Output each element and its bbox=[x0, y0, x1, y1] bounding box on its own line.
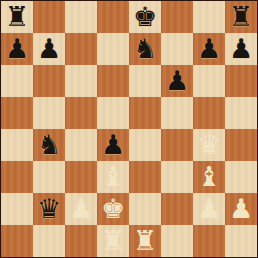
square-g5[interactable] bbox=[193, 97, 225, 129]
square-g2[interactable]: ♟ bbox=[193, 193, 225, 225]
square-d1[interactable]: ♜ bbox=[97, 225, 129, 257]
square-f3[interactable] bbox=[161, 161, 193, 193]
square-g4[interactable]: ♛ bbox=[193, 129, 225, 161]
square-e4[interactable] bbox=[129, 129, 161, 161]
piece-white-pawn[interactable]: ♟ bbox=[197, 193, 221, 225]
piece-black-king[interactable]: ♚ bbox=[133, 1, 157, 33]
square-b4[interactable]: ♞ bbox=[33, 129, 65, 161]
square-d7[interactable] bbox=[97, 33, 129, 65]
square-a5[interactable] bbox=[1, 97, 33, 129]
square-f2[interactable] bbox=[161, 193, 193, 225]
square-h4[interactable] bbox=[225, 129, 257, 161]
square-c8[interactable] bbox=[65, 1, 97, 33]
square-h1[interactable] bbox=[225, 225, 257, 257]
piece-white-bishop[interactable]: ♝ bbox=[101, 161, 125, 193]
square-h8[interactable]: ♜ bbox=[225, 1, 257, 33]
square-a2[interactable] bbox=[1, 193, 33, 225]
piece-black-pawn[interactable]: ♟ bbox=[5, 33, 29, 65]
square-a8[interactable]: ♜ bbox=[1, 1, 33, 33]
square-d6[interactable] bbox=[97, 65, 129, 97]
square-d4[interactable]: ♟ bbox=[97, 129, 129, 161]
square-b2[interactable]: ♛ bbox=[33, 193, 65, 225]
piece-white-pawn[interactable]: ♟ bbox=[229, 193, 253, 225]
square-e2[interactable] bbox=[129, 193, 161, 225]
square-g7[interactable]: ♟ bbox=[193, 33, 225, 65]
chess-board: ♜♚♜♟♟♞♟♟♟♞♟♛♝♝♛♟♚♟♟♜♜ bbox=[1, 1, 257, 257]
square-b8[interactable] bbox=[33, 1, 65, 33]
square-g6[interactable] bbox=[193, 65, 225, 97]
square-f7[interactable] bbox=[161, 33, 193, 65]
square-g8[interactable] bbox=[193, 1, 225, 33]
square-a7[interactable]: ♟ bbox=[1, 33, 33, 65]
square-d2[interactable]: ♚ bbox=[97, 193, 129, 225]
square-f6[interactable]: ♟ bbox=[161, 65, 193, 97]
square-e6[interactable] bbox=[129, 65, 161, 97]
square-d5[interactable] bbox=[97, 97, 129, 129]
square-e5[interactable] bbox=[129, 97, 161, 129]
square-e8[interactable]: ♚ bbox=[129, 1, 161, 33]
square-a1[interactable] bbox=[1, 225, 33, 257]
square-c6[interactable] bbox=[65, 65, 97, 97]
piece-black-pawn[interactable]: ♟ bbox=[197, 33, 221, 65]
square-b3[interactable] bbox=[33, 161, 65, 193]
square-b6[interactable] bbox=[33, 65, 65, 97]
square-f5[interactable] bbox=[161, 97, 193, 129]
piece-black-pawn[interactable]: ♟ bbox=[229, 33, 253, 65]
square-f8[interactable] bbox=[161, 1, 193, 33]
piece-white-rook[interactable]: ♜ bbox=[101, 225, 125, 257]
square-g1[interactable] bbox=[193, 225, 225, 257]
square-e7[interactable]: ♞ bbox=[129, 33, 161, 65]
square-f1[interactable] bbox=[161, 225, 193, 257]
square-c2[interactable]: ♟ bbox=[65, 193, 97, 225]
square-b1[interactable] bbox=[33, 225, 65, 257]
piece-white-rook[interactable]: ♜ bbox=[133, 225, 157, 257]
square-a4[interactable] bbox=[1, 129, 33, 161]
square-d3[interactable]: ♝ bbox=[97, 161, 129, 193]
square-h5[interactable] bbox=[225, 97, 257, 129]
square-h2[interactable]: ♟ bbox=[225, 193, 257, 225]
piece-black-rook[interactable]: ♜ bbox=[229, 1, 253, 33]
piece-white-queen[interactable]: ♛ bbox=[197, 129, 221, 161]
piece-black-pawn[interactable]: ♟ bbox=[165, 65, 189, 97]
square-c5[interactable] bbox=[65, 97, 97, 129]
piece-black-pawn[interactable]: ♟ bbox=[101, 129, 125, 161]
square-c1[interactable] bbox=[65, 225, 97, 257]
square-f4[interactable] bbox=[161, 129, 193, 161]
square-e3[interactable] bbox=[129, 161, 161, 193]
piece-black-knight[interactable]: ♞ bbox=[37, 129, 61, 161]
square-e1[interactable]: ♜ bbox=[129, 225, 161, 257]
piece-white-bishop[interactable]: ♝ bbox=[197, 161, 221, 193]
chess-board-frame: ♜♚♜♟♟♞♟♟♟♞♟♛♝♝♛♟♚♟♟♜♜ bbox=[0, 0, 258, 258]
square-c4[interactable] bbox=[65, 129, 97, 161]
square-h6[interactable] bbox=[225, 65, 257, 97]
square-h7[interactable]: ♟ bbox=[225, 33, 257, 65]
square-a6[interactable] bbox=[1, 65, 33, 97]
piece-black-pawn[interactable]: ♟ bbox=[37, 33, 61, 65]
square-b7[interactable]: ♟ bbox=[33, 33, 65, 65]
square-b5[interactable] bbox=[33, 97, 65, 129]
piece-white-king[interactable]: ♚ bbox=[101, 193, 125, 225]
square-g3[interactable]: ♝ bbox=[193, 161, 225, 193]
square-d8[interactable] bbox=[97, 1, 129, 33]
square-c7[interactable] bbox=[65, 33, 97, 65]
square-h3[interactable] bbox=[225, 161, 257, 193]
square-a3[interactable] bbox=[1, 161, 33, 193]
piece-white-pawn[interactable]: ♟ bbox=[69, 193, 93, 225]
piece-black-rook[interactable]: ♜ bbox=[5, 1, 29, 33]
piece-black-knight[interactable]: ♞ bbox=[133, 33, 157, 65]
piece-black-queen[interactable]: ♛ bbox=[37, 193, 61, 225]
square-c3[interactable] bbox=[65, 161, 97, 193]
